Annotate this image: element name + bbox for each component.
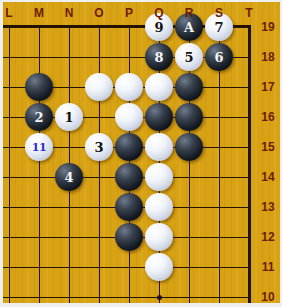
grid-line-v [219,132,220,162]
grid-line-v [219,252,220,282]
point-S16[interactable] [204,102,234,132]
point-S12[interactable] [204,222,234,252]
row-label-13: 13 [253,192,280,222]
grid-line-v [219,222,220,252]
point-M17[interactable] [24,72,54,102]
grid-line-v [9,282,10,303]
point-R18[interactable]: 5 [174,42,204,72]
point-Q17[interactable] [144,72,174,102]
point-N17[interactable] [54,72,84,102]
stone-white-M15[interactable]: 11 [25,133,53,161]
grid-line-v [99,282,100,303]
point-L13[interactable] [3,192,24,222]
point-R14[interactable] [174,162,204,192]
grid-line-v [219,72,220,102]
grid-line-v [69,222,70,252]
point-N16[interactable]: 1 [54,102,84,132]
move-label-4: 4 [64,171,73,184]
grid-line-v [219,162,220,192]
point-N18[interactable] [54,42,84,72]
go-board-screenshot: 9A7856211134 LMNOPQRST 19181716151413121… [0,0,282,307]
move-label-2: 2 [34,111,43,124]
grid-line-v [189,222,190,252]
point-Q12[interactable] [144,222,174,252]
stone-black-R17[interactable] [175,73,203,101]
row-label-11: 11 [253,252,280,282]
point-N15[interactable] [54,132,84,162]
point-S13[interactable] [204,192,234,222]
grid-line-v [248,132,251,162]
point-M13[interactable] [24,192,54,222]
row-label-16: 16 [253,102,280,132]
grid-line-h [3,57,24,58]
stone-white-Q14[interactable] [145,163,173,191]
point-P18[interactable] [114,42,144,72]
grid-line-v [219,102,220,132]
point-Q15[interactable] [144,132,174,162]
stone-white-Q11[interactable] [145,253,173,281]
point-L15[interactable] [3,132,24,162]
stone-black-P15[interactable] [115,133,143,161]
grid-line-v [129,252,130,282]
stone-white-O17[interactable] [85,73,113,101]
grid-line-v [129,42,130,72]
stone-black-P13[interactable] [115,193,143,221]
point-O13[interactable] [84,192,114,222]
grid-line-v [129,282,130,303]
grid-line-v [9,72,10,102]
point-Q18[interactable]: 8 [144,42,174,72]
point-R12[interactable] [174,222,204,252]
point-P13[interactable] [114,192,144,222]
col-label-L: L [3,2,24,24]
point-M16[interactable]: 2 [24,102,54,132]
grid-line-v [39,25,40,42]
move-label-1: 1 [64,111,73,124]
grid-line-v [39,162,40,192]
grid-line-v [9,42,10,72]
point-P12[interactable] [114,222,144,252]
grid-line-v [39,252,40,282]
grid-line-v [99,192,100,222]
grid-line-v [248,72,251,102]
grid-line-v [129,25,130,42]
point-M12[interactable] [24,222,54,252]
stone-black-R15[interactable] [175,133,203,161]
grid-line-v [99,25,100,42]
grid-line-v [248,25,251,42]
point-O11[interactable] [84,252,114,282]
col-label-N: N [54,2,84,24]
stone-white-N16[interactable]: 1 [55,103,83,131]
grid-line-h [3,117,24,118]
row-label-10: 10 [253,282,280,303]
point-R16[interactable] [174,102,204,132]
point-R15[interactable] [174,132,204,162]
grid-line-v [69,25,70,42]
grid-line-v [69,282,70,303]
grid-line-v [9,25,10,42]
grid-line-v [248,42,251,72]
grid-line-v [189,252,190,282]
grid-line-v [219,282,220,303]
stone-black-N14[interactable]: 4 [55,163,83,191]
point-N10[interactable] [54,282,84,303]
point-Q10[interactable] [144,282,174,303]
point-S18[interactable]: 6 [204,42,234,72]
point-N11[interactable] [54,252,84,282]
point-M15[interactable]: 11 [24,132,54,162]
grid-line-v [248,102,251,132]
row-label-15: 15 [253,132,280,162]
point-S14[interactable] [204,162,234,192]
grid-line-v [9,252,10,282]
point-R13[interactable] [174,192,204,222]
stone-white-Q17[interactable] [145,73,173,101]
point-L14[interactable] [3,162,24,192]
grid-line-v [248,222,251,252]
point-L10[interactable] [3,282,24,303]
col-label-O: O [84,2,114,24]
grid-line-v [69,72,70,102]
point-N12[interactable] [54,222,84,252]
move-label-6: 6 [214,51,223,64]
grid-line-v [99,102,100,132]
point-P11[interactable] [114,252,144,282]
grid-line-v [248,192,251,222]
move-label-5: 5 [184,51,193,64]
grid-line-h [3,267,24,268]
grid-line-v [99,222,100,252]
stone-black-P12[interactable] [115,223,143,251]
stone-black-M16[interactable]: 2 [25,103,53,131]
col-label-Q: Q [144,2,174,24]
go-board: 9A7856211134 LMNOPQRST 19181716151413121… [3,2,280,303]
stone-black-Q16[interactable] [145,103,173,131]
col-label-M: M [24,2,54,24]
stone-black-P14[interactable] [115,163,143,191]
col-label-P: P [114,2,144,24]
point-P17[interactable] [114,72,144,102]
point-R17[interactable] [174,72,204,102]
point-P15[interactable] [114,132,144,162]
stone-black-S18[interactable]: 6 [205,43,233,71]
grid-line-v [99,42,100,72]
stone-white-R18[interactable]: 5 [175,43,203,71]
point-O17[interactable] [84,72,114,102]
grid-line-h [3,25,24,28]
point-R10[interactable] [174,282,204,303]
point-S15[interactable] [204,132,234,162]
grid-line-v [219,192,220,222]
point-S10[interactable] [204,282,234,303]
grid-line-v [9,132,10,162]
point-M14[interactable] [24,162,54,192]
row-label-18: 18 [253,42,280,72]
stone-white-P16[interactable] [115,103,143,131]
stone-black-R16[interactable] [175,103,203,131]
grid-line-h [3,177,24,178]
point-P10[interactable] [114,282,144,303]
col-label-S: S [204,2,234,24]
point-L12[interactable] [3,222,24,252]
stone-black-Q18[interactable]: 8 [145,43,173,71]
point-M11[interactable] [24,252,54,282]
grid-line-h [3,207,24,208]
grid-line-v [9,102,10,132]
point-P14[interactable] [114,162,144,192]
grid-line-h [3,237,24,238]
row-label-14: 14 [253,162,280,192]
grid-line-h [3,147,24,148]
point-L17[interactable] [3,72,24,102]
grid-line-v [189,192,190,222]
grid-line-v [9,192,10,222]
point-O18[interactable] [84,42,114,72]
grid-line-v [9,162,10,192]
grid-line-v [9,222,10,252]
stone-white-Q13[interactable] [145,193,173,221]
grid-line-v [69,192,70,222]
grid-line-v [248,162,251,192]
row-label-19: 19 [253,12,280,42]
row-label-12: 12 [253,222,280,252]
stone-white-Q12[interactable] [145,223,173,251]
row-label-17: 17 [253,72,280,102]
point-O10[interactable] [84,282,114,303]
stone-white-O15[interactable]: 3 [85,133,113,161]
grid-line-v [99,162,100,192]
point-R11[interactable] [174,252,204,282]
point-N13[interactable] [54,192,84,222]
col-label-R: R [174,2,204,24]
grid-line-v [248,252,251,282]
grid-line-v [248,282,251,303]
grid-line-v [69,252,70,282]
grid-line-v [39,42,40,72]
grid-line-v [189,162,190,192]
grid-line-v [189,282,190,303]
grid-line-v [39,192,40,222]
grid-line-v [99,252,100,282]
point-L11[interactable] [3,252,24,282]
grid-line-v [39,282,40,303]
point-Q14[interactable] [144,162,174,192]
point-M18[interactable] [24,42,54,72]
point-O14[interactable] [84,162,114,192]
grid-line-h [3,87,24,88]
point-S11[interactable] [204,252,234,282]
point-L16[interactable] [3,102,24,132]
grid-line-v [69,42,70,72]
move-label-8: 8 [154,51,163,64]
point-Q11[interactable] [144,252,174,282]
point-M10[interactable] [24,282,54,303]
point-O16[interactable] [84,102,114,132]
point-L18[interactable] [3,42,24,72]
grid-line-v [39,222,40,252]
stone-black-M17[interactable] [25,73,53,101]
point-O12[interactable] [84,222,114,252]
point-P16[interactable] [114,102,144,132]
stone-white-P17[interactable] [115,73,143,101]
point-N14[interactable]: 4 [54,162,84,192]
point-S17[interactable] [204,72,234,102]
board-grid: 9A7856211134 [3,12,264,303]
star-point-Q10 [157,295,162,300]
point-Q16[interactable] [144,102,174,132]
grid-line-h [3,297,24,298]
move-label-11: 11 [32,142,46,153]
stone-white-Q15[interactable] [145,133,173,161]
move-label-3: 3 [94,141,103,154]
grid-line-v [69,132,70,162]
point-Q13[interactable] [144,192,174,222]
point-O15[interactable]: 3 [84,132,114,162]
